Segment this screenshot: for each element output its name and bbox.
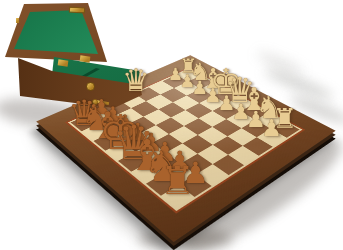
- chess-piece-white-pawn[interactable]: ♟: [260, 116, 283, 139]
- box-hinge: [80, 55, 91, 62]
- extra-white-queen[interactable]: ♛: [121, 65, 152, 96]
- box-hinge: [58, 59, 69, 66]
- product-photo: ♜♞♝♛♚♝♞♜♟♟♟♟♟♟♟♟♟♟♟♟♟♟♟♟♜♞♝♛♚♝♞♜♛♛: [0, 0, 343, 250]
- chess-piece-black-rook[interactable]: ♜: [159, 162, 197, 200]
- brass-nameplate: [69, 7, 85, 14]
- brass-latch: [86, 82, 95, 91]
- lid-hook: [16, 18, 19, 23]
